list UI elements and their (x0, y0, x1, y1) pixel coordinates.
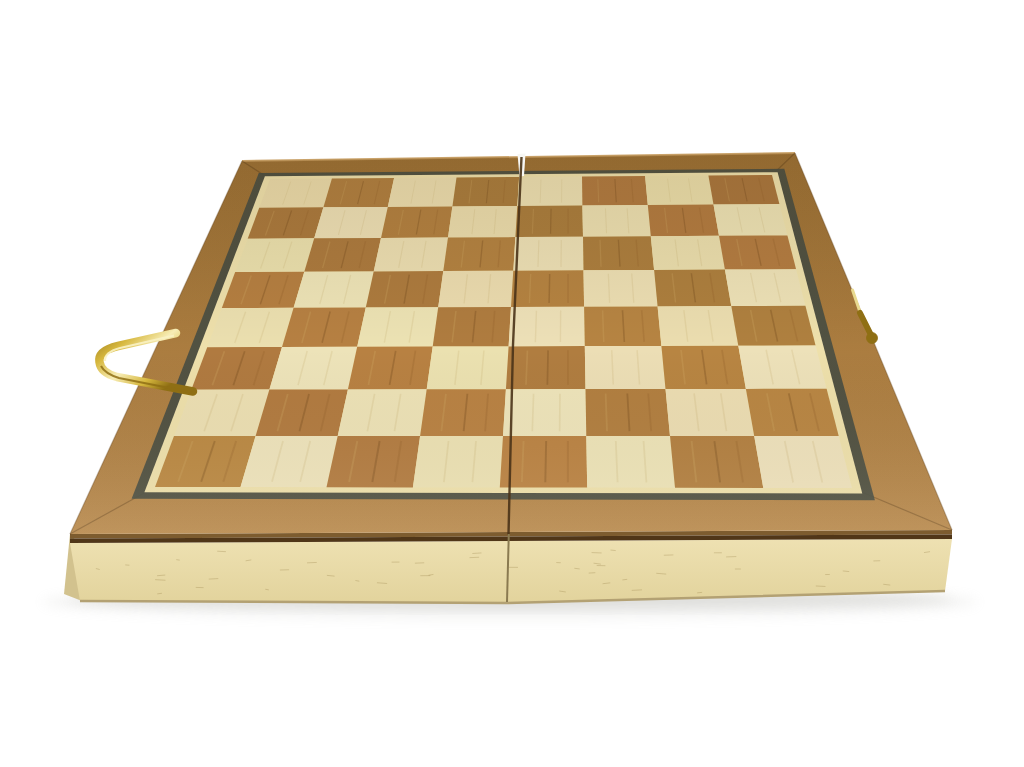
wood-fleck (472, 553, 481, 554)
wood-fleck (697, 592, 702, 593)
wood-fleck (265, 589, 269, 590)
wood-fleck (574, 568, 579, 569)
wood-fleck (157, 575, 165, 576)
wood-fleck (632, 590, 642, 591)
wood-fleck (176, 560, 180, 561)
wood-fleck (843, 571, 849, 572)
wood-fleck (209, 579, 219, 580)
scene-svg (0, 0, 1024, 767)
wood-fleck (155, 580, 165, 581)
hinge-knob (867, 333, 878, 344)
wood-fleck (622, 579, 627, 580)
chessboard-product-photo (0, 0, 1024, 767)
wood-fleck (157, 593, 162, 594)
wood-fleck (610, 550, 615, 551)
wood-fleck (355, 581, 359, 582)
